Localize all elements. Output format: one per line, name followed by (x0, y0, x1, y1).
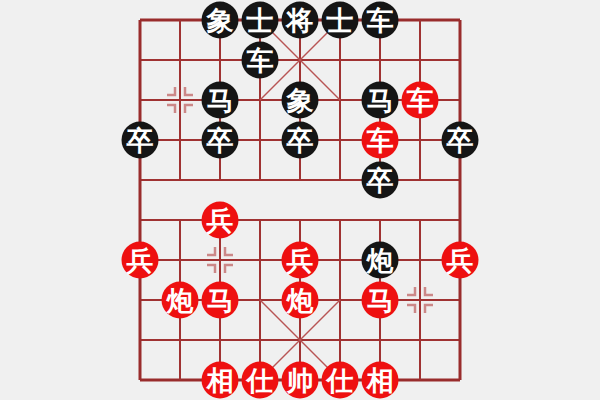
piece-black-pawn[interactable]: 卒 (442, 122, 479, 159)
piece-black-horse[interactable]: 马 (202, 82, 239, 119)
piece-red-horse[interactable]: 马 (362, 282, 399, 319)
piece-black-elephant[interactable]: 象 (202, 2, 239, 39)
piece-red-cannon[interactable]: 炮 (162, 282, 199, 319)
piece-red-elephant[interactable]: 相 (202, 362, 239, 399)
xiangqi-board[interactable]: 象士将士车车马象马车卒卒卒车卒卒兵兵兵炮兵炮马炮马相仕帅仕相 (0, 0, 600, 400)
piece-red-advisor[interactable]: 仕 (242, 362, 279, 399)
piece-red-pawn[interactable]: 兵 (442, 242, 479, 279)
piece-red-horse[interactable]: 马 (202, 282, 239, 319)
piece-red-pawn[interactable]: 兵 (122, 242, 159, 279)
piece-red-pawn[interactable]: 兵 (202, 202, 239, 239)
piece-black-chariot[interactable]: 车 (362, 2, 399, 39)
piece-red-chariot[interactable]: 车 (402, 82, 439, 119)
piece-black-cannon[interactable]: 炮 (362, 242, 399, 279)
piece-red-chariot[interactable]: 车 (362, 122, 399, 159)
piece-black-pawn[interactable]: 卒 (202, 122, 239, 159)
piece-black-chariot[interactable]: 车 (242, 42, 279, 79)
piece-red-advisor[interactable]: 仕 (322, 362, 359, 399)
piece-black-elephant[interactable]: 象 (282, 82, 319, 119)
piece-red-elephant[interactable]: 相 (362, 362, 399, 399)
piece-black-general[interactable]: 将 (282, 2, 319, 39)
pieces-layer: 象士将士车车马象马车卒卒卒车卒卒兵兵兵炮兵炮马炮马相仕帅仕相 (0, 0, 600, 400)
piece-black-pawn[interactable]: 卒 (282, 122, 319, 159)
piece-red-cannon[interactable]: 炮 (282, 282, 319, 319)
piece-red-general[interactable]: 帅 (282, 362, 319, 399)
piece-black-horse[interactable]: 马 (362, 82, 399, 119)
piece-red-pawn[interactable]: 兵 (282, 242, 319, 279)
piece-black-pawn[interactable]: 卒 (362, 162, 399, 199)
piece-black-advisor[interactable]: 士 (322, 2, 359, 39)
piece-black-pawn[interactable]: 卒 (122, 122, 159, 159)
piece-black-advisor[interactable]: 士 (242, 2, 279, 39)
